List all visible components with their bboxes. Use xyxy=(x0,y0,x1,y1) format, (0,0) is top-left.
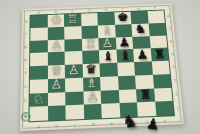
square-c7[interactable] xyxy=(64,26,81,39)
piece-white-pawn[interactable]: ♙ xyxy=(68,63,80,76)
square-c2[interactable] xyxy=(65,91,83,106)
piece-black-king[interactable]: ♚ xyxy=(117,11,129,23)
square-f4[interactable] xyxy=(117,62,135,76)
square-e2[interactable] xyxy=(101,90,119,105)
square-f3[interactable] xyxy=(118,75,136,89)
square-b1[interactable] xyxy=(48,106,66,121)
square-c3[interactable] xyxy=(65,77,83,91)
square-a7[interactable] xyxy=(30,27,47,40)
square-c4[interactable]: ♙ xyxy=(65,64,83,78)
square-a4[interactable] xyxy=(30,66,48,80)
coordinate-label: g xyxy=(137,6,140,10)
square-c1[interactable] xyxy=(65,105,83,120)
coordinate-label: d xyxy=(92,121,95,126)
photo-scene: abcdefgh abcdefgh 87654321 87654321 ♔♖♚♗… xyxy=(0,0,200,134)
coordinate-label: a xyxy=(38,10,40,14)
square-d6[interactable]: ♖ xyxy=(81,38,99,51)
coordinate-label: 5 xyxy=(24,57,27,62)
coordinate-label: 7 xyxy=(168,26,171,31)
coordinate-label: 3 xyxy=(173,78,176,83)
square-h4[interactable] xyxy=(151,61,170,75)
square-d1[interactable] xyxy=(83,104,101,119)
coordinate-label: 6 xyxy=(170,39,173,44)
square-b3[interactable]: ♙ xyxy=(47,78,65,92)
square-e4[interactable] xyxy=(99,63,117,77)
square-d2[interactable]: ♙ xyxy=(83,90,101,105)
square-e3[interactable] xyxy=(100,76,118,90)
square-f5[interactable]: ♝ xyxy=(116,49,134,63)
coordinate-label: g xyxy=(145,119,148,124)
square-d8[interactable] xyxy=(81,13,98,26)
square-c6[interactable] xyxy=(64,38,81,51)
square-h2[interactable] xyxy=(154,87,173,102)
piece-white-knight[interactable]: ♘ xyxy=(33,91,45,105)
square-f2[interactable] xyxy=(118,89,137,104)
piece-white-rook[interactable]: ♖ xyxy=(84,37,96,49)
square-g4[interactable] xyxy=(134,61,152,75)
coordinate-label: c xyxy=(74,122,76,127)
square-f8[interactable]: ♚ xyxy=(114,12,131,25)
piece-white-rook[interactable]: ♖ xyxy=(67,13,78,25)
piece-white-pawn[interactable]: ♙ xyxy=(101,36,113,48)
square-c8[interactable]: ♖ xyxy=(64,14,81,27)
piece-white-pawn[interactable]: ♙ xyxy=(86,89,98,103)
square-h7[interactable] xyxy=(148,23,166,36)
piece-white-king[interactable]: ♔ xyxy=(50,13,61,25)
piece-white-queen[interactable]: ♕ xyxy=(50,64,62,77)
coordinate-label: 8 xyxy=(25,20,28,25)
piece-black-rook[interactable]: ♜ xyxy=(153,47,166,60)
piece-black-pawn[interactable]: ♟ xyxy=(118,35,130,47)
coordinate-label: 4 xyxy=(24,71,27,76)
piece-white-bishop[interactable]: ♗ xyxy=(101,24,113,36)
square-a5[interactable] xyxy=(30,53,47,67)
coordinate-label: 4 xyxy=(172,65,175,70)
piece-white-pawn[interactable]: ♙ xyxy=(50,38,61,50)
coordinate-label: a xyxy=(37,123,40,128)
coordinate-label: 5 xyxy=(171,52,174,57)
coordinate-label: d xyxy=(88,8,91,12)
square-a2[interactable]: ♘ xyxy=(30,92,48,107)
square-g2[interactable]: ♜ xyxy=(136,88,155,103)
square-b2[interactable] xyxy=(47,92,65,107)
coordinate-label: 1 xyxy=(176,105,179,110)
piece-black-bishop[interactable]: ♝ xyxy=(119,48,131,61)
coordinate-label: e xyxy=(105,7,108,11)
square-g1[interactable] xyxy=(137,102,156,117)
square-g5[interactable]: ♟ xyxy=(133,48,151,62)
coordinate-label: b xyxy=(56,123,59,128)
coordinate-label: h xyxy=(164,118,167,123)
chess-board: abcdefgh abcdefgh 87654321 87654321 ♔♖♚♗… xyxy=(20,3,184,131)
coordinate-label: 8 xyxy=(167,14,170,19)
rank-labels-left: 87654321 xyxy=(22,16,28,122)
piece-black-rook[interactable]: ♜ xyxy=(139,87,152,100)
board-grid: ♔♖♚♗♞♙♖♙♟♝♝♟♜♕♙♛♙♗♘♙♜ xyxy=(29,10,173,121)
piece-black-knight[interactable]: ♞ xyxy=(134,22,146,34)
square-h5[interactable]: ♜ xyxy=(150,48,168,62)
square-h1[interactable] xyxy=(155,101,174,116)
piece-black-queen[interactable]: ♛ xyxy=(85,63,97,76)
square-b6[interactable]: ♙ xyxy=(47,39,64,52)
square-h8[interactable] xyxy=(147,10,165,23)
square-e5[interactable]: ♝ xyxy=(99,50,117,64)
square-f1[interactable] xyxy=(119,103,138,118)
piece-black-pawn[interactable]: ♟ xyxy=(136,47,148,60)
piece-white-pawn[interactable]: ♙ xyxy=(50,77,62,90)
coordinate-label: 3 xyxy=(24,84,27,89)
square-g7[interactable]: ♞ xyxy=(131,23,149,36)
square-h3[interactable] xyxy=(152,74,171,88)
square-a8[interactable] xyxy=(30,15,47,28)
piece-white-bishop[interactable]: ♗ xyxy=(85,76,97,89)
coordinate-label: 2 xyxy=(24,98,27,103)
coordinate-label: e xyxy=(110,120,113,125)
handwritten-marking: ~~~ xyxy=(21,36,27,51)
coordinate-label: h xyxy=(154,5,157,9)
coordinate-label: f xyxy=(128,120,130,125)
coordinate-label: 2 xyxy=(175,91,178,96)
square-a1[interactable] xyxy=(29,106,47,121)
piece-black-bishop[interactable]: ♝ xyxy=(102,49,114,62)
square-e1[interactable] xyxy=(101,103,120,118)
square-b8[interactable]: ♔ xyxy=(47,14,64,27)
square-a6[interactable] xyxy=(30,40,47,53)
